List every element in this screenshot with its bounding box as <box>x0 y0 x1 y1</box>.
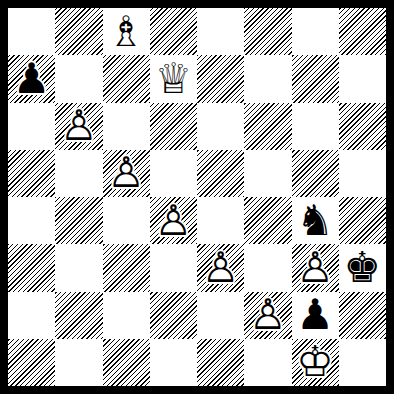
piece-glyph: ♗ <box>107 11 145 53</box>
square-b8[interactable] <box>55 8 102 55</box>
square-c7[interactable] <box>103 55 150 102</box>
square-g6[interactable] <box>292 103 339 150</box>
square-f7[interactable] <box>244 55 291 102</box>
piece-glyph: ♙ <box>249 294 287 336</box>
square-b3[interactable] <box>55 244 102 291</box>
square-a4[interactable] <box>8 197 55 244</box>
square-f3[interactable] <box>244 244 291 291</box>
square-f4[interactable] <box>244 197 291 244</box>
square-h6[interactable] <box>339 103 386 150</box>
piece-glyph: ♙ <box>107 152 145 194</box>
square-h7[interactable] <box>339 55 386 102</box>
square-d7[interactable]: ♛♕ <box>150 55 197 102</box>
square-b1[interactable] <box>55 339 102 386</box>
square-g2[interactable]: ♟♟ <box>292 292 339 339</box>
white-king-piece: ♚♔ <box>296 341 334 383</box>
square-b6[interactable]: ♟♙ <box>55 103 102 150</box>
white-pawn-piece: ♟♙ <box>202 247 240 289</box>
square-a3[interactable] <box>8 244 55 291</box>
square-a7[interactable]: ♟♟ <box>8 55 55 102</box>
board-frame: ♝♗♟♟♛♕♟♙♟♙♟♙♞♞♟♙♟♙♚♚♟♙♟♟♚♔ <box>0 0 394 394</box>
square-h8[interactable] <box>339 8 386 55</box>
square-f1[interactable] <box>244 339 291 386</box>
white-bishop-piece: ♝♗ <box>107 11 145 53</box>
square-h5[interactable] <box>339 150 386 197</box>
square-b2[interactable] <box>55 292 102 339</box>
black-knight-piece: ♞♞ <box>296 200 334 242</box>
square-e1[interactable] <box>197 339 244 386</box>
square-a6[interactable] <box>8 103 55 150</box>
white-pawn-piece: ♟♙ <box>60 105 98 147</box>
square-d5[interactable] <box>150 150 197 197</box>
square-h2[interactable] <box>339 292 386 339</box>
square-a1[interactable] <box>8 339 55 386</box>
square-d6[interactable] <box>150 103 197 150</box>
square-c8[interactable]: ♝♗ <box>103 8 150 55</box>
piece-glyph: ♔ <box>296 341 334 383</box>
chess-board: ♝♗♟♟♛♕♟♙♟♙♟♙♞♞♟♙♟♙♚♚♟♙♟♟♚♔ <box>8 8 386 386</box>
piece-glyph: ♞ <box>296 200 334 242</box>
square-a2[interactable] <box>8 292 55 339</box>
piece-glyph: ♙ <box>296 247 334 289</box>
piece-glyph: ♙ <box>155 200 193 242</box>
square-a5[interactable] <box>8 150 55 197</box>
square-d2[interactable] <box>150 292 197 339</box>
piece-glyph: ♙ <box>60 105 98 147</box>
square-g8[interactable] <box>292 8 339 55</box>
square-c4[interactable] <box>103 197 150 244</box>
square-g7[interactable] <box>292 55 339 102</box>
square-h4[interactable] <box>339 197 386 244</box>
white-pawn-piece: ♟♙ <box>249 294 287 336</box>
white-pawn-piece: ♟♙ <box>107 152 145 194</box>
piece-glyph: ♟ <box>296 294 334 336</box>
piece-glyph: ♟ <box>13 58 51 100</box>
square-f8[interactable] <box>244 8 291 55</box>
white-pawn-piece: ♟♙ <box>155 200 193 242</box>
square-g1[interactable]: ♚♔ <box>292 339 339 386</box>
black-king-piece: ♚♚ <box>344 247 382 289</box>
square-a8[interactable] <box>8 8 55 55</box>
square-b4[interactable] <box>55 197 102 244</box>
square-c2[interactable] <box>103 292 150 339</box>
white-pawn-piece: ♟♙ <box>296 247 334 289</box>
square-f5[interactable] <box>244 150 291 197</box>
square-g3[interactable]: ♟♙ <box>292 244 339 291</box>
piece-glyph: ♕ <box>155 58 193 100</box>
square-c3[interactable] <box>103 244 150 291</box>
black-pawn-piece: ♟♟ <box>13 58 51 100</box>
square-b5[interactable] <box>55 150 102 197</box>
square-h1[interactable] <box>339 339 386 386</box>
square-c6[interactable] <box>103 103 150 150</box>
white-queen-piece: ♛♕ <box>155 58 193 100</box>
square-d1[interactable] <box>150 339 197 386</box>
square-d3[interactable] <box>150 244 197 291</box>
square-e8[interactable] <box>197 8 244 55</box>
square-g4[interactable]: ♞♞ <box>292 197 339 244</box>
square-c1[interactable] <box>103 339 150 386</box>
square-f2[interactable]: ♟♙ <box>244 292 291 339</box>
square-d4[interactable]: ♟♙ <box>150 197 197 244</box>
piece-glyph: ♚ <box>344 247 382 289</box>
square-e7[interactable] <box>197 55 244 102</box>
square-b7[interactable] <box>55 55 102 102</box>
square-c5[interactable]: ♟♙ <box>103 150 150 197</box>
square-e4[interactable] <box>197 197 244 244</box>
square-e6[interactable] <box>197 103 244 150</box>
square-f6[interactable] <box>244 103 291 150</box>
square-e3[interactable]: ♟♙ <box>197 244 244 291</box>
square-g5[interactable] <box>292 150 339 197</box>
square-h3[interactable]: ♚♚ <box>339 244 386 291</box>
piece-glyph: ♙ <box>202 247 240 289</box>
square-d8[interactable] <box>150 8 197 55</box>
square-e2[interactable] <box>197 292 244 339</box>
black-pawn-piece: ♟♟ <box>296 294 334 336</box>
square-e5[interactable] <box>197 150 244 197</box>
